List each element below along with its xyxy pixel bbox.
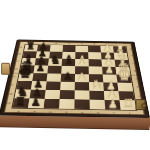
board-front-edge: [0, 115, 150, 130]
white-pawn-piece: ♟: [107, 89, 117, 100]
square-d8: ♛: [20, 65, 35, 73]
square-f4: [75, 82, 90, 91]
black-pawn-piece: ♟: [31, 97, 41, 108]
square-f3: ♞: [89, 82, 104, 91]
square-e1: ♚: [116, 75, 131, 83]
coordinate-label: 8: [30, 42, 33, 44]
square-d7: ♟: [34, 66, 49, 74]
product-photo-scene: ♜♟♟♜♟♟♞♝♟♞♝♝♟♝♛♟♟♛♚♟♟♚♟♞♟♞♟♟♜♟♟♜ 88AA77B…: [0, 0, 150, 150]
square-g5: [60, 90, 75, 99]
white-pawn-piece: ♟: [108, 98, 118, 109]
coordinate-label: 4: [81, 43, 83, 45]
square-g1: [119, 91, 135, 100]
square-d2: ♟: [102, 67, 116, 75]
square-d4: [75, 66, 89, 74]
square-h5: [59, 99, 75, 109]
black-pawn-piece: ♟: [32, 88, 42, 99]
square-f6: [46, 81, 61, 90]
square-d1: ♛: [116, 67, 131, 75]
square-h4: [74, 99, 89, 109]
square-g3: [89, 91, 104, 100]
square-e8: ♚: [18, 73, 33, 81]
coordinate-label: 1: [118, 43, 121, 45]
coordinate-label: B: [18, 53, 21, 55]
hinge-tab: [1, 63, 10, 75]
square-h1: ♜: [120, 100, 137, 110]
coordinate-label: 7: [43, 42, 46, 44]
square-e5: ♟: [61, 74, 75, 82]
coordinate-label: B: [131, 55, 134, 57]
square-d3: [89, 67, 103, 75]
coordinate-label: 5: [68, 43, 70, 45]
square-h6: [44, 99, 60, 109]
square-f2: ♟: [103, 82, 118, 91]
square-h3: [90, 100, 106, 110]
square-f5: [60, 82, 75, 91]
board-frame: ♜♟♟♜♟♟♞♝♟♞♝♝♟♝♛♟♟♛♚♟♟♚♟♞♟♞♟♟♜♟♟♜ 88AA77B…: [0, 40, 150, 118]
coordinate-label: 6: [55, 42, 57, 44]
square-g4: [75, 90, 90, 99]
chess-board: ♜♟♟♜♟♟♞♝♟♞♝♝♟♝♛♟♟♛♚♟♟♚♟♞♟♞♟♟♜♟♟♜ 88AA77B…: [0, 40, 150, 118]
coordinate-label: A: [19, 47, 22, 49]
square-f7: ♟: [31, 81, 47, 90]
square-h7: ♟: [28, 99, 44, 109]
square-g2: ♟: [104, 91, 120, 100]
square-g7: ♟: [30, 90, 46, 99]
square-d6: [47, 66, 61, 74]
coordinate-label: 3: [93, 43, 95, 45]
square-f1: [117, 83, 133, 92]
coordinate-label: 2: [106, 43, 108, 45]
coordinate-label: 6: [49, 111, 52, 114]
square-e3: [89, 74, 103, 82]
board-wrap: ♜♟♟♜♟♟♞♝♟♞♝♝♟♝♛♟♟♛♚♟♟♚♟♞♟♞♟♟♜♟♟♜ 88AA77B…: [7, 0, 144, 150]
square-g6: [45, 90, 61, 99]
square-g8: ♞: [15, 89, 31, 98]
square-h8: ♜: [13, 98, 30, 108]
brass-clasp-icon: [135, 99, 145, 110]
square-f8: [16, 81, 32, 90]
square-h2: ♟: [105, 100, 121, 110]
square-d5: [61, 66, 75, 74]
